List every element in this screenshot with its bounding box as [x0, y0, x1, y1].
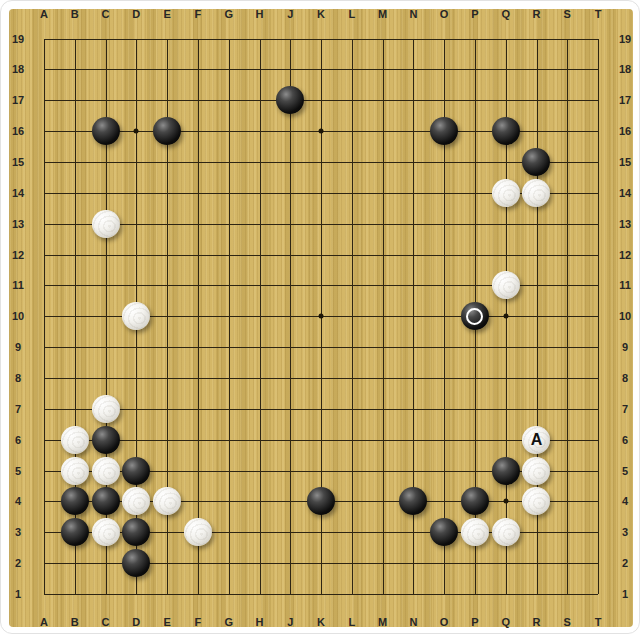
row-label-right-17: 17 [619, 94, 631, 106]
col-label-bottom-P: P [471, 616, 478, 628]
row-label-left-18: 18 [12, 63, 24, 75]
grid-line-horizontal-8 [44, 378, 598, 379]
row-label-left-12: 12 [12, 249, 24, 261]
row-label-left-14: 14 [12, 187, 24, 199]
col-label-top-G: G [224, 8, 233, 20]
star-point-Q10 [503, 314, 508, 319]
white-stone-B5[interactable] [61, 457, 89, 485]
black-stone-B3[interactable] [61, 518, 89, 546]
grid-line-vertical-L [352, 39, 353, 595]
grid-line-horizontal-6 [44, 440, 598, 441]
col-label-top-D: D [132, 8, 140, 20]
row-label-right-14: 14 [619, 187, 631, 199]
row-label-left-11: 11 [12, 279, 24, 291]
row-label-left-13: 13 [12, 218, 24, 230]
black-stone-D3[interactable] [122, 518, 150, 546]
grid-line-vertical-M [383, 39, 384, 595]
col-label-top-P: P [471, 8, 478, 20]
col-label-top-C: C [102, 8, 110, 20]
black-stone-Q5[interactable] [492, 457, 520, 485]
white-stone-F3[interactable] [184, 518, 212, 546]
col-label-bottom-R: R [532, 616, 540, 628]
white-stone-D4[interactable] [122, 487, 150, 515]
black-stone-P4[interactable] [461, 487, 489, 515]
col-label-top-S: S [564, 8, 571, 20]
row-label-right-8: 8 [622, 372, 628, 384]
col-label-bottom-L: L [348, 616, 355, 628]
white-stone-R5[interactable] [522, 457, 550, 485]
star-point-D16 [134, 129, 139, 134]
col-label-top-T: T [595, 8, 602, 20]
col-label-top-R: R [532, 8, 540, 20]
row-label-left-3: 3 [15, 526, 21, 538]
white-stone-C5[interactable] [92, 457, 120, 485]
row-label-right-3: 3 [622, 526, 628, 538]
col-label-bottom-C: C [102, 616, 110, 628]
col-label-bottom-A: A [40, 616, 48, 628]
col-label-bottom-D: D [132, 616, 140, 628]
col-label-bottom-M: M [378, 616, 387, 628]
black-stone-R15[interactable] [522, 148, 550, 176]
white-stone-C7[interactable] [92, 395, 120, 423]
col-label-bottom-E: E [163, 616, 170, 628]
black-stone-B4[interactable] [61, 487, 89, 515]
black-stone-O3[interactable] [430, 518, 458, 546]
row-label-right-4: 4 [622, 495, 628, 507]
row-label-left-19: 19 [12, 33, 24, 45]
row-label-right-13: 13 [619, 218, 631, 230]
white-stone-D10[interactable] [122, 302, 150, 330]
row-label-right-2: 2 [622, 557, 628, 569]
black-stone-N4[interactable] [399, 487, 427, 515]
col-label-bottom-S: S [564, 616, 571, 628]
col-label-top-Q: Q [501, 8, 510, 20]
col-label-bottom-Q: Q [501, 616, 510, 628]
black-stone-P10[interactable] [461, 302, 489, 330]
white-stone-Q11[interactable] [492, 271, 520, 299]
white-stone-R14[interactable] [522, 179, 550, 207]
black-stone-E16[interactable] [153, 117, 181, 145]
col-label-top-J: J [287, 8, 293, 20]
row-label-right-5: 5 [622, 465, 628, 477]
black-stone-D5[interactable] [122, 457, 150, 485]
col-label-bottom-G: G [224, 616, 233, 628]
row-label-right-12: 12 [619, 249, 631, 261]
row-label-right-11: 11 [619, 279, 631, 291]
white-stone-Q3[interactable] [492, 518, 520, 546]
black-stone-D2[interactable] [122, 549, 150, 577]
white-stone-R4[interactable] [522, 487, 550, 515]
col-label-bottom-O: O [440, 616, 449, 628]
row-label-right-7: 7 [622, 403, 628, 415]
circle-marker-P10 [466, 308, 483, 325]
row-label-left-7: 7 [15, 403, 21, 415]
row-label-left-1: 1 [15, 588, 21, 600]
row-label-left-10: 10 [12, 310, 24, 322]
black-stone-O16[interactable] [430, 117, 458, 145]
row-label-left-9: 9 [15, 341, 21, 353]
col-label-bottom-B: B [71, 616, 79, 628]
row-label-right-15: 15 [619, 156, 631, 168]
row-label-right-9: 9 [622, 341, 628, 353]
col-label-top-B: B [71, 8, 79, 20]
row-label-left-5: 5 [15, 465, 21, 477]
col-label-top-M: M [378, 8, 387, 20]
col-label-top-F: F [195, 8, 202, 20]
black-stone-C6[interactable] [92, 426, 120, 454]
star-point-K10 [319, 314, 324, 319]
row-label-left-6: 6 [15, 434, 21, 446]
black-stone-C4[interactable] [92, 487, 120, 515]
row-label-left-16: 16 [12, 125, 24, 137]
col-label-top-K: K [317, 8, 325, 20]
row-label-left-8: 8 [15, 372, 21, 384]
white-stone-P3[interactable] [461, 518, 489, 546]
row-label-left-4: 4 [15, 495, 21, 507]
row-label-right-18: 18 [619, 63, 631, 75]
col-label-bottom-K: K [317, 616, 325, 628]
grid-line-vertical-T [598, 39, 599, 595]
white-stone-C13[interactable] [92, 210, 120, 238]
white-stone-C3[interactable] [92, 518, 120, 546]
letter-marker-R6: A [531, 432, 543, 448]
row-label-right-1: 1 [622, 588, 628, 600]
row-label-left-15: 15 [12, 156, 24, 168]
col-label-top-O: O [440, 8, 449, 20]
row-label-right-10: 10 [619, 310, 631, 322]
col-label-bottom-F: F [195, 616, 202, 628]
grid-line-horizontal-7 [44, 409, 598, 410]
col-label-top-E: E [163, 8, 170, 20]
star-point-K16 [319, 129, 324, 134]
grid-line-horizontal-1 [44, 594, 598, 595]
go-board-frame: AABBCCDDEEFFGGHHJJKKLLMMNNOOPPQQRRSSTT19… [0, 0, 640, 634]
col-label-bottom-N: N [409, 616, 417, 628]
black-stone-K4[interactable] [307, 487, 335, 515]
col-label-top-N: N [409, 8, 417, 20]
grid-line-vertical-S [567, 39, 568, 595]
col-label-top-L: L [348, 8, 355, 20]
white-stone-Q14[interactable] [492, 179, 520, 207]
col-label-bottom-H: H [255, 616, 263, 628]
black-stone-C16[interactable] [92, 117, 120, 145]
col-label-bottom-T: T [595, 616, 602, 628]
black-stone-J17[interactable] [276, 86, 304, 114]
row-label-right-19: 19 [619, 33, 631, 45]
white-stone-R6[interactable]: A [522, 426, 550, 454]
row-label-right-16: 16 [619, 125, 631, 137]
row-label-left-2: 2 [15, 557, 21, 569]
col-label-top-A: A [40, 8, 48, 20]
grid-line-horizontal-9 [44, 347, 598, 348]
row-label-right-6: 6 [622, 434, 628, 446]
col-label-bottom-J: J [287, 616, 293, 628]
star-point-Q4 [503, 499, 508, 504]
white-stone-B6[interactable] [61, 426, 89, 454]
black-stone-Q16[interactable] [492, 117, 520, 145]
col-label-top-H: H [255, 8, 263, 20]
white-stone-E4[interactable] [153, 487, 181, 515]
row-label-left-17: 17 [12, 94, 24, 106]
